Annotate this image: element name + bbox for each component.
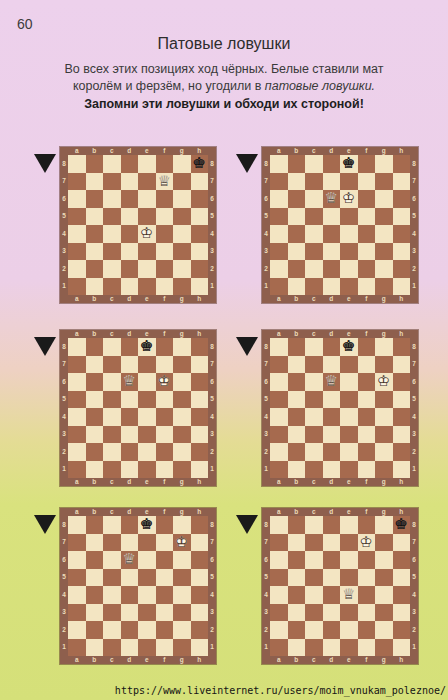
square-f4 xyxy=(358,225,376,243)
square-g3 xyxy=(375,604,393,622)
square-c1 xyxy=(305,278,323,296)
square-d2 xyxy=(121,443,139,461)
square-g5 xyxy=(375,208,393,226)
rank-label-6: 6 xyxy=(208,551,216,569)
square-b4 xyxy=(288,586,306,604)
rank-label-3: 3 xyxy=(410,426,418,444)
file-label-a: a xyxy=(68,656,86,664)
rank-label-8: 8 xyxy=(262,338,270,356)
piece-wK-f6: ♚♔ xyxy=(156,373,174,391)
square-a8 xyxy=(270,338,288,356)
file-label-f: f xyxy=(358,330,376,338)
rank-label-5: 5 xyxy=(208,391,216,409)
rank-label-4: 4 xyxy=(262,225,270,243)
square-e8 xyxy=(340,516,358,534)
square-d8 xyxy=(323,338,341,356)
rank-label-3: 3 xyxy=(208,426,216,444)
square-a7 xyxy=(270,534,288,552)
square-g1 xyxy=(173,461,191,479)
square-a2 xyxy=(270,260,288,278)
square-f4 xyxy=(358,586,376,604)
black-to-move-marker-icon xyxy=(236,154,258,173)
square-b7 xyxy=(86,173,104,191)
square-f1 xyxy=(358,278,376,296)
board-border-corner xyxy=(208,295,216,303)
rank-label-7: 7 xyxy=(410,534,418,552)
file-label-a: a xyxy=(270,508,288,516)
square-g2 xyxy=(173,443,191,461)
board-border-corner xyxy=(410,330,418,338)
square-f3 xyxy=(156,243,174,261)
square-e6 xyxy=(138,190,156,208)
rank-label-2: 2 xyxy=(208,621,216,639)
file-label-d: d xyxy=(323,656,341,664)
square-d5 xyxy=(323,569,341,587)
file-label-g: g xyxy=(375,508,393,516)
square-h4 xyxy=(191,408,209,426)
square-h7 xyxy=(191,356,209,374)
rank-label-2: 2 xyxy=(410,260,418,278)
board-border-corner xyxy=(410,147,418,155)
square-a7 xyxy=(68,173,86,191)
rank-label-1: 1 xyxy=(262,278,270,296)
file-label-b: b xyxy=(288,478,306,486)
rank-label-2: 2 xyxy=(60,443,68,461)
rank-label-1: 1 xyxy=(410,278,418,296)
piece-wQ-d6: ♛♕ xyxy=(323,190,341,208)
board-border-corner xyxy=(60,508,68,516)
square-b2 xyxy=(288,260,306,278)
square-a3 xyxy=(68,243,86,261)
square-c7 xyxy=(103,173,121,191)
square-h6 xyxy=(393,551,411,569)
square-b4 xyxy=(288,408,306,426)
square-e3 xyxy=(340,243,358,261)
file-label-g: g xyxy=(375,295,393,303)
square-a1 xyxy=(68,461,86,479)
square-d4 xyxy=(121,586,139,604)
file-label-h: h xyxy=(191,478,209,486)
square-b7 xyxy=(86,534,104,552)
square-d5 xyxy=(121,569,139,587)
rank-label-8: 8 xyxy=(60,516,68,534)
square-g7 xyxy=(173,173,191,191)
board-border-corner xyxy=(262,478,270,486)
square-a2 xyxy=(270,621,288,639)
file-label-e: e xyxy=(138,478,156,486)
square-d6 xyxy=(121,190,139,208)
square-e1 xyxy=(340,461,358,479)
square-d8 xyxy=(323,155,341,173)
square-g2 xyxy=(173,621,191,639)
square-a4 xyxy=(270,225,288,243)
rank-label-4: 4 xyxy=(60,225,68,243)
square-f7 xyxy=(358,173,376,191)
square-c2 xyxy=(103,621,121,639)
square-b1 xyxy=(288,461,306,479)
square-g1 xyxy=(375,461,393,479)
file-label-c: c xyxy=(305,147,323,155)
square-c4 xyxy=(103,586,121,604)
square-d4 xyxy=(323,225,341,243)
square-b1 xyxy=(86,639,104,657)
rank-label-2: 2 xyxy=(208,260,216,278)
square-e8 xyxy=(138,155,156,173)
square-e2 xyxy=(138,621,156,639)
piece-wK-f7: ♚♔ xyxy=(358,534,376,552)
square-d6: ♛♕ xyxy=(323,373,341,391)
square-c1 xyxy=(103,639,121,657)
board-border-corner xyxy=(410,295,418,303)
square-e2 xyxy=(340,443,358,461)
square-b5 xyxy=(86,391,104,409)
file-label-d: d xyxy=(323,478,341,486)
square-h4 xyxy=(393,586,411,604)
square-e1 xyxy=(340,278,358,296)
piece-wQ-d6: ♛♕ xyxy=(323,373,341,391)
piece-wK-e6: ♚♔ xyxy=(340,190,358,208)
square-h8: ♚♔ xyxy=(393,516,411,534)
square-d7 xyxy=(121,356,139,374)
square-c3 xyxy=(103,604,121,622)
square-a1 xyxy=(68,278,86,296)
board-border-corner xyxy=(262,295,270,303)
square-d3 xyxy=(121,604,139,622)
square-b1 xyxy=(288,639,306,657)
rank-label-7: 7 xyxy=(410,356,418,374)
square-d2 xyxy=(323,260,341,278)
board-border-corner xyxy=(208,508,216,516)
square-a7 xyxy=(68,356,86,374)
square-c3 xyxy=(305,426,323,444)
square-a2 xyxy=(68,621,86,639)
square-c7 xyxy=(305,534,323,552)
square-e8: ♚♔ xyxy=(138,516,156,534)
square-b5 xyxy=(288,208,306,226)
piece-wK-g7: ♚♔ xyxy=(173,534,191,552)
square-b4 xyxy=(86,408,104,426)
square-d5 xyxy=(323,208,341,226)
square-a5 xyxy=(68,391,86,409)
rank-label-3: 3 xyxy=(208,604,216,622)
square-e4: ♛♕ xyxy=(340,586,358,604)
square-a6 xyxy=(270,551,288,569)
rank-label-5: 5 xyxy=(262,569,270,587)
square-d8 xyxy=(323,516,341,534)
board-border-corner xyxy=(410,656,418,664)
file-label-e: e xyxy=(340,508,358,516)
square-d2 xyxy=(121,260,139,278)
square-e2 xyxy=(340,621,358,639)
square-d6: ♛♕ xyxy=(121,551,139,569)
square-b2 xyxy=(86,621,104,639)
rank-label-1: 1 xyxy=(60,278,68,296)
file-label-d: d xyxy=(323,508,341,516)
square-c1 xyxy=(103,461,121,479)
square-a7 xyxy=(270,356,288,374)
board-border-corner xyxy=(208,478,216,486)
square-h8 xyxy=(191,516,209,534)
square-e7 xyxy=(138,534,156,552)
square-f4 xyxy=(358,408,376,426)
square-d1 xyxy=(121,278,139,296)
file-label-g: g xyxy=(173,330,191,338)
square-h1 xyxy=(393,461,411,479)
square-e6 xyxy=(138,373,156,391)
rank-label-7: 7 xyxy=(262,534,270,552)
square-a4 xyxy=(68,225,86,243)
square-d1 xyxy=(323,639,341,657)
square-g8 xyxy=(375,516,393,534)
rank-label-8: 8 xyxy=(208,338,216,356)
chess-board-3: abcdefgh8♚♔8776♛♕♚♔65544332211abcdefgh xyxy=(60,330,216,486)
square-b4 xyxy=(288,225,306,243)
square-b7 xyxy=(86,356,104,374)
square-d4 xyxy=(121,408,139,426)
rank-label-3: 3 xyxy=(410,243,418,261)
square-f8 xyxy=(156,338,174,356)
square-a8 xyxy=(270,155,288,173)
file-label-h: h xyxy=(393,147,411,155)
square-g6: ♚♔ xyxy=(375,373,393,391)
square-f1 xyxy=(358,639,376,657)
square-e6 xyxy=(340,551,358,569)
rank-label-6: 6 xyxy=(410,551,418,569)
square-g5 xyxy=(375,391,393,409)
chess-board-2: abcdefgh8♚♔8776♛♕♚♔65544332211abcdefgh xyxy=(262,147,418,303)
square-d4 xyxy=(323,586,341,604)
square-h1 xyxy=(393,278,411,296)
file-label-f: f xyxy=(358,508,376,516)
rank-label-4: 4 xyxy=(262,408,270,426)
file-label-h: h xyxy=(393,656,411,664)
square-g1 xyxy=(173,278,191,296)
board-border-corner xyxy=(410,478,418,486)
square-d2 xyxy=(323,443,341,461)
square-a3 xyxy=(68,604,86,622)
file-label-g: g xyxy=(173,508,191,516)
file-label-f: f xyxy=(358,295,376,303)
file-label-a: a xyxy=(270,656,288,664)
file-label-d: d xyxy=(121,147,139,155)
file-label-f: f xyxy=(156,508,174,516)
square-f5 xyxy=(358,569,376,587)
square-a2 xyxy=(270,443,288,461)
square-g2 xyxy=(173,260,191,278)
square-c1 xyxy=(305,461,323,479)
square-a4 xyxy=(270,408,288,426)
square-a3 xyxy=(68,426,86,444)
square-e2 xyxy=(138,443,156,461)
square-b5 xyxy=(288,569,306,587)
square-f1 xyxy=(156,278,174,296)
file-label-b: b xyxy=(288,656,306,664)
chess-diagram-6: abcdefgh8♚♔87♚♔766554♛♕4332211abcdefgh xyxy=(262,508,418,664)
square-c8 xyxy=(305,338,323,356)
file-label-h: h xyxy=(393,330,411,338)
square-h2 xyxy=(393,260,411,278)
file-label-c: c xyxy=(305,295,323,303)
square-h3 xyxy=(191,604,209,622)
square-c5 xyxy=(103,569,121,587)
square-e8: ♚♔ xyxy=(340,338,358,356)
square-e6 xyxy=(340,373,358,391)
file-label-h: h xyxy=(393,478,411,486)
square-g3 xyxy=(173,243,191,261)
rank-label-4: 4 xyxy=(208,586,216,604)
board-border-corner xyxy=(60,147,68,155)
rank-label-1: 1 xyxy=(60,639,68,657)
square-g8 xyxy=(375,155,393,173)
square-h7 xyxy=(191,173,209,191)
square-a4 xyxy=(270,586,288,604)
square-a4 xyxy=(68,586,86,604)
file-label-a: a xyxy=(68,330,86,338)
square-d3 xyxy=(323,604,341,622)
file-label-h: h xyxy=(393,295,411,303)
piece-bK-e8: ♚♔ xyxy=(340,338,358,356)
square-b8 xyxy=(86,338,104,356)
square-c5 xyxy=(305,391,323,409)
square-g7 xyxy=(375,356,393,374)
rank-label-2: 2 xyxy=(60,621,68,639)
square-c6 xyxy=(103,373,121,391)
file-label-g: g xyxy=(375,478,393,486)
square-c6 xyxy=(103,190,121,208)
square-g4 xyxy=(173,408,191,426)
square-b6 xyxy=(86,551,104,569)
square-h8 xyxy=(393,155,411,173)
page-title: Патовые ловушки xyxy=(0,35,448,53)
square-e3 xyxy=(138,604,156,622)
file-label-d: d xyxy=(121,508,139,516)
file-label-b: b xyxy=(86,656,104,664)
rank-label-2: 2 xyxy=(262,443,270,461)
square-c4 xyxy=(305,225,323,243)
square-f2 xyxy=(156,260,174,278)
square-g8 xyxy=(173,516,191,534)
file-label-a: a xyxy=(270,330,288,338)
square-e3 xyxy=(138,426,156,444)
black-to-move-marker-icon xyxy=(236,337,258,356)
square-g4 xyxy=(173,225,191,243)
square-f2 xyxy=(358,260,376,278)
intro-text: Во всех этих позициях ход чёрных. Белые … xyxy=(0,61,448,113)
square-c2 xyxy=(305,443,323,461)
rank-label-5: 5 xyxy=(262,391,270,409)
file-label-c: c xyxy=(103,147,121,155)
rank-label-6: 6 xyxy=(262,551,270,569)
square-g3 xyxy=(173,426,191,444)
file-label-e: e xyxy=(138,295,156,303)
square-e3 xyxy=(138,243,156,261)
square-c4 xyxy=(103,408,121,426)
square-e5 xyxy=(138,208,156,226)
rank-label-1: 1 xyxy=(262,639,270,657)
square-e6 xyxy=(138,551,156,569)
square-c5 xyxy=(103,208,121,226)
square-a5 xyxy=(270,569,288,587)
square-f5 xyxy=(156,569,174,587)
square-h5 xyxy=(393,569,411,587)
square-b8 xyxy=(288,516,306,534)
square-c3 xyxy=(103,243,121,261)
board-border-corner xyxy=(262,508,270,516)
square-d3 xyxy=(323,243,341,261)
file-label-b: b xyxy=(86,478,104,486)
black-to-move-marker-icon xyxy=(236,515,258,534)
square-b5 xyxy=(288,391,306,409)
rank-label-5: 5 xyxy=(410,208,418,226)
square-c6 xyxy=(305,190,323,208)
square-b7 xyxy=(288,534,306,552)
rank-label-8: 8 xyxy=(60,155,68,173)
square-a2 xyxy=(68,260,86,278)
board-border-corner xyxy=(262,656,270,664)
square-g6 xyxy=(375,190,393,208)
square-h1 xyxy=(191,639,209,657)
board-border-corner xyxy=(262,147,270,155)
square-f8 xyxy=(156,516,174,534)
rank-label-7: 7 xyxy=(208,173,216,191)
square-a1 xyxy=(270,461,288,479)
square-f8 xyxy=(358,155,376,173)
square-b6 xyxy=(86,190,104,208)
square-c7 xyxy=(103,356,121,374)
square-b3 xyxy=(86,243,104,261)
square-g5 xyxy=(375,569,393,587)
square-h5 xyxy=(191,208,209,226)
square-b2 xyxy=(86,443,104,461)
file-label-h: h xyxy=(191,508,209,516)
square-a5 xyxy=(68,569,86,587)
square-g4 xyxy=(375,408,393,426)
square-h4 xyxy=(191,225,209,243)
piece-wQ-f7: ♛♕ xyxy=(156,173,174,191)
square-g4 xyxy=(375,586,393,604)
square-b2 xyxy=(288,443,306,461)
square-h6 xyxy=(393,190,411,208)
file-label-b: b xyxy=(86,147,104,155)
rank-label-8: 8 xyxy=(60,338,68,356)
intro-italic: патовые ловушки. xyxy=(265,79,375,93)
square-b1 xyxy=(86,278,104,296)
rank-label-7: 7 xyxy=(60,534,68,552)
file-label-a: a xyxy=(68,147,86,155)
square-e4 xyxy=(138,586,156,604)
file-label-c: c xyxy=(305,508,323,516)
square-f6 xyxy=(358,190,376,208)
square-d5 xyxy=(323,391,341,409)
square-h6 xyxy=(191,551,209,569)
square-f7 xyxy=(156,356,174,374)
square-b6 xyxy=(288,373,306,391)
square-d5 xyxy=(121,208,139,226)
square-b3 xyxy=(86,604,104,622)
file-label-f: f xyxy=(358,147,376,155)
square-c8 xyxy=(305,155,323,173)
square-b7 xyxy=(288,173,306,191)
square-h4 xyxy=(393,225,411,243)
square-h3 xyxy=(191,243,209,261)
rank-label-4: 4 xyxy=(60,586,68,604)
square-a8 xyxy=(270,516,288,534)
square-f5 xyxy=(358,391,376,409)
file-label-a: a xyxy=(68,295,86,303)
rank-label-2: 2 xyxy=(60,260,68,278)
square-d3 xyxy=(323,426,341,444)
square-e7 xyxy=(138,173,156,191)
